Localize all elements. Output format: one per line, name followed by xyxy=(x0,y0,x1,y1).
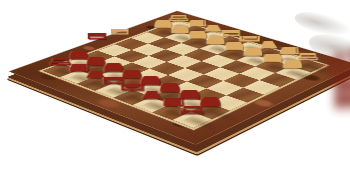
square-a2: ♟ xyxy=(62,57,97,70)
piece-cast-shadow xyxy=(240,44,280,58)
spare-black-queen-glyph: ♛ xyxy=(101,0,138,41)
out-of-focus-red-piece: ♛ xyxy=(316,40,350,122)
white-rook-a1: ♜ xyxy=(44,34,77,70)
chess-set-photo: ♜♞♝♛♚♝♞♜♟♟♟♟♟♟♟♟♟♟♟♟♟♟♟♟♜♞♝♛♚♝♞♜ ♛ ♛ ♛ xyxy=(0,0,350,187)
square-h5 xyxy=(243,80,280,94)
square-d2: ♟ xyxy=(114,76,151,90)
chess-board: ♜♞♝♛♚♝♞♜♟♟♟♟♟♟♟♟♟♟♟♟♟♟♟♟♜♞♝♛♚♝♞♜ ♛ ♛ xyxy=(9,11,350,145)
black-rook-a8: ♜ xyxy=(164,0,193,26)
board-field: ♜♞♝♛♚♝♞♜♟♟♟♟♟♟♟♟♟♟♟♟♟♟♟♟♜♞♝♛♚♝♞♜ xyxy=(43,21,325,128)
square-a1: ♜ xyxy=(43,64,79,77)
square-f8: ♝ xyxy=(252,47,286,59)
black-knight-g8: ♞ xyxy=(271,22,304,59)
square-a3 xyxy=(80,51,115,64)
